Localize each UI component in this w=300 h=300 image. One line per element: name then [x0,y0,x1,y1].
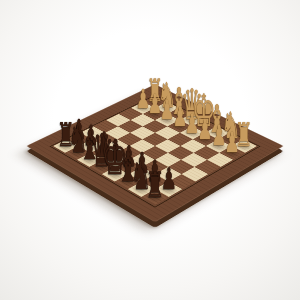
chess-set-photo: ♜♞♝♛♚♝♞♜♟♟♟♟♟♟♟♟♟♟♟♟♟♟♟♟♜♞♝♛♚♝♞♜ [0,0,300,300]
piece-black-rook-h8[interactable]: ♜ [141,167,170,203]
piece-white-pawn-h2[interactable]: ♟ [218,129,247,157]
